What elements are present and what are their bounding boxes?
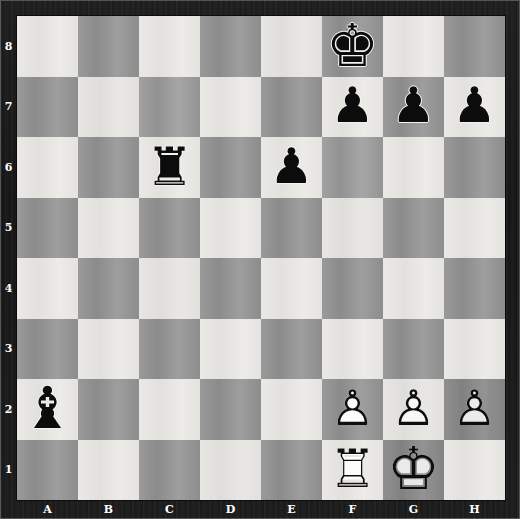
square-c2[interactable] [139, 379, 200, 440]
file-label-f: F [322, 500, 383, 519]
square-b8[interactable] [78, 16, 139, 77]
square-g5[interactable] [383, 198, 444, 259]
white-piece-outline: ♙ [453, 384, 497, 433]
file-labels: ABCDEFGH [17, 500, 505, 519]
square-g6[interactable] [383, 137, 444, 198]
square-c6[interactable]: ♜ [139, 137, 200, 198]
square-g3[interactable] [383, 319, 444, 380]
black-pawn[interactable]: ♟ [331, 81, 375, 130]
square-d2[interactable] [200, 379, 261, 440]
square-f7[interactable]: ♟ [322, 77, 383, 138]
square-f4[interactable] [322, 258, 383, 319]
white-piece-outline: ♔ [387, 439, 440, 498]
rank-label-2: 2 [0, 379, 17, 440]
file-label-b: B [78, 500, 139, 519]
square-b1[interactable] [78, 440, 139, 501]
square-e3[interactable] [261, 319, 322, 380]
square-h5[interactable] [444, 198, 505, 259]
square-a2[interactable]: ♝ [17, 379, 78, 440]
white-piece-outline: ♖ [329, 442, 377, 495]
black-pawn[interactable]: ♟ [392, 81, 436, 130]
square-d1[interactable] [200, 440, 261, 501]
square-a1[interactable] [17, 440, 78, 501]
rank-labels: 87654321 [0, 16, 17, 500]
square-h2[interactable]: ♟♙ [444, 379, 505, 440]
square-a4[interactable] [17, 258, 78, 319]
square-d7[interactable] [200, 77, 261, 138]
rank-label-3: 3 [0, 319, 17, 380]
square-a7[interactable] [17, 77, 78, 138]
square-d4[interactable] [200, 258, 261, 319]
square-d8[interactable] [200, 16, 261, 77]
rank-label-1: 1 [0, 440, 17, 501]
black-pawn[interactable]: ♟ [270, 142, 314, 191]
rank-label-4: 4 [0, 258, 17, 319]
white-king[interactable]: ♚♔ [387, 439, 440, 498]
square-e6[interactable]: ♟ [261, 137, 322, 198]
rank-label-7: 7 [0, 77, 17, 138]
square-b2[interactable] [78, 379, 139, 440]
square-b6[interactable] [78, 137, 139, 198]
square-b5[interactable] [78, 198, 139, 259]
file-label-h: H [444, 500, 505, 519]
black-king[interactable]: ♚ [326, 16, 379, 75]
square-a6[interactable] [17, 137, 78, 198]
square-a5[interactable] [17, 198, 78, 259]
square-h4[interactable] [444, 258, 505, 319]
black-pawn[interactable]: ♟ [453, 81, 497, 130]
chess-board: ♚♟♟♟♜♟♝♟♙♟♙♟♙♜♖♚♔ [17, 16, 505, 500]
square-a3[interactable] [17, 319, 78, 380]
rank-label-8: 8 [0, 16, 17, 77]
square-b4[interactable] [78, 258, 139, 319]
chessboard-frame: ♚♟♟♟♜♟♝♟♙♟♙♟♙♜♖♚♔ 87654321 ABCDEFGH [0, 0, 520, 519]
square-e2[interactable] [261, 379, 322, 440]
square-f5[interactable] [322, 198, 383, 259]
square-e4[interactable] [261, 258, 322, 319]
square-g2[interactable]: ♟♙ [383, 379, 444, 440]
square-e7[interactable] [261, 77, 322, 138]
square-h8[interactable] [444, 16, 505, 77]
square-f3[interactable] [322, 319, 383, 380]
square-c4[interactable] [139, 258, 200, 319]
file-label-e: E [261, 500, 322, 519]
square-e5[interactable] [261, 198, 322, 259]
file-label-c: C [139, 500, 200, 519]
square-c7[interactable] [139, 77, 200, 138]
white-rook[interactable]: ♜♖ [329, 442, 377, 495]
square-d3[interactable] [200, 319, 261, 380]
square-b3[interactable] [78, 319, 139, 380]
square-d6[interactable] [200, 137, 261, 198]
square-c8[interactable] [139, 16, 200, 77]
rank-label-5: 5 [0, 198, 17, 259]
black-rook[interactable]: ♜ [146, 140, 194, 193]
square-c5[interactable] [139, 198, 200, 259]
square-g8[interactable] [383, 16, 444, 77]
square-g4[interactable] [383, 258, 444, 319]
file-label-g: G [383, 500, 444, 519]
white-piece-outline: ♙ [331, 384, 375, 433]
white-pawn[interactable]: ♟♙ [453, 384, 497, 433]
square-h6[interactable] [444, 137, 505, 198]
square-h3[interactable] [444, 319, 505, 380]
square-f2[interactable]: ♟♙ [322, 379, 383, 440]
white-pawn[interactable]: ♟♙ [331, 384, 375, 433]
square-c1[interactable] [139, 440, 200, 501]
square-b7[interactable] [78, 77, 139, 138]
square-c3[interactable] [139, 319, 200, 380]
square-d5[interactable] [200, 198, 261, 259]
square-g7[interactable]: ♟ [383, 77, 444, 138]
black-bishop[interactable]: ♝ [22, 379, 74, 437]
file-label-a: A [17, 500, 78, 519]
square-g1[interactable]: ♚♔ [383, 440, 444, 501]
white-pawn[interactable]: ♟♙ [392, 384, 436, 433]
square-e8[interactable] [261, 16, 322, 77]
square-e1[interactable] [261, 440, 322, 501]
square-h1[interactable] [444, 440, 505, 501]
square-f6[interactable] [322, 137, 383, 198]
square-a8[interactable] [17, 16, 78, 77]
white-piece-outline: ♙ [392, 384, 436, 433]
square-f1[interactable]: ♜♖ [322, 440, 383, 501]
rank-label-6: 6 [0, 137, 17, 198]
square-h7[interactable]: ♟ [444, 77, 505, 138]
file-label-d: D [200, 500, 261, 519]
square-f8[interactable]: ♚ [322, 16, 383, 77]
